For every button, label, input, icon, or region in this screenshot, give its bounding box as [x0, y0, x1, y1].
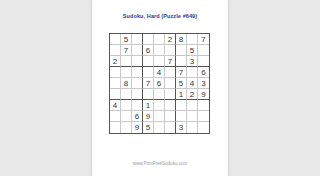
- cell-r2c3[interactable]: [132, 45, 143, 56]
- cell-r4c8[interactable]: [187, 67, 198, 78]
- cell-r2c1[interactable]: [110, 45, 121, 56]
- cell-r6c2[interactable]: [121, 89, 132, 100]
- cell-r5c5[interactable]: 6: [154, 78, 165, 89]
- cell-r6c5[interactable]: [154, 89, 165, 100]
- cell-r6c7[interactable]: 1: [176, 89, 187, 100]
- cell-r8c8[interactable]: [187, 111, 198, 122]
- cell-r3c6[interactable]: 7: [165, 56, 176, 67]
- cell-r2c4[interactable]: 6: [143, 45, 154, 56]
- cell-r7c9[interactable]: [198, 100, 209, 111]
- cell-r1c9[interactable]: 7: [198, 34, 209, 45]
- cell-r6c9[interactable]: 9: [198, 89, 209, 100]
- cell-r7c3[interactable]: [132, 100, 143, 111]
- footer-url: www.PrintFreeSudoku.com: [92, 161, 228, 166]
- cell-r4c5[interactable]: 4: [154, 67, 165, 78]
- cell-r3c3[interactable]: [132, 56, 143, 67]
- cell-r4c7[interactable]: 7: [176, 67, 187, 78]
- cell-r8c1[interactable]: [110, 111, 121, 122]
- cell-r4c6[interactable]: [165, 67, 176, 78]
- cell-r8c4[interactable]: 9: [143, 111, 154, 122]
- cell-r1c1[interactable]: [110, 34, 121, 45]
- cell-r6c1[interactable]: [110, 89, 121, 100]
- cell-r6c6[interactable]: [165, 89, 176, 100]
- cell-r3c7[interactable]: [176, 56, 187, 67]
- cell-r4c2[interactable]: [121, 67, 132, 78]
- cell-r5c7[interactable]: 5: [176, 78, 187, 89]
- cell-r8c7[interactable]: [176, 111, 187, 122]
- cell-r5c2[interactable]: 8: [121, 78, 132, 89]
- cell-r7c5[interactable]: [154, 100, 165, 111]
- cell-r8c3[interactable]: 6: [132, 111, 143, 122]
- cell-r4c9[interactable]: 6: [198, 67, 209, 78]
- cell-r7c1[interactable]: 4: [110, 100, 121, 111]
- cell-r5c6[interactable]: [165, 78, 176, 89]
- cell-r3c8[interactable]: 3: [187, 56, 198, 67]
- cell-r5c9[interactable]: 3: [198, 78, 209, 89]
- sudoku-board: 52877652734768765431294169953: [109, 33, 210, 134]
- cell-r1c7[interactable]: 8: [176, 34, 187, 45]
- cell-r8c9[interactable]: [198, 111, 209, 122]
- cell-r3c5[interactable]: [154, 56, 165, 67]
- cell-r1c2[interactable]: 5: [121, 34, 132, 45]
- cell-r9c6[interactable]: [165, 122, 176, 133]
- cell-r4c3[interactable]: [132, 67, 143, 78]
- cell-r7c8[interactable]: [187, 100, 198, 111]
- cell-r3c9[interactable]: [198, 56, 209, 67]
- cell-r4c4[interactable]: [143, 67, 154, 78]
- cell-r2c6[interactable]: [165, 45, 176, 56]
- cell-r8c2[interactable]: [121, 111, 132, 122]
- cell-r3c1[interactable]: 2: [110, 56, 121, 67]
- cell-r4c1[interactable]: [110, 67, 121, 78]
- cell-r2c7[interactable]: [176, 45, 187, 56]
- cell-r9c4[interactable]: 5: [143, 122, 154, 133]
- cell-r1c8[interactable]: [187, 34, 198, 45]
- cell-r5c3[interactable]: [132, 78, 143, 89]
- cell-r1c5[interactable]: [154, 34, 165, 45]
- cell-r5c1[interactable]: [110, 78, 121, 89]
- cell-r9c3[interactable]: 9: [132, 122, 143, 133]
- cell-r2c8[interactable]: 5: [187, 45, 198, 56]
- cell-r9c1[interactable]: [110, 122, 121, 133]
- cell-r1c6[interactable]: 2: [165, 34, 176, 45]
- sudoku-page: Sudoku, Hard (Puzzle #649) 5287765273476…: [92, 0, 228, 176]
- cell-r1c4[interactable]: [143, 34, 154, 45]
- cell-r2c5[interactable]: [154, 45, 165, 56]
- cell-r9c8[interactable]: [187, 122, 198, 133]
- cell-r5c8[interactable]: 4: [187, 78, 198, 89]
- cell-r7c4[interactable]: 1: [143, 100, 154, 111]
- cell-r9c7[interactable]: 3: [176, 122, 187, 133]
- cell-r1c3[interactable]: [132, 34, 143, 45]
- cell-r9c5[interactable]: [154, 122, 165, 133]
- cell-r3c4[interactable]: [143, 56, 154, 67]
- cell-r8c6[interactable]: [165, 111, 176, 122]
- cell-r6c8[interactable]: 2: [187, 89, 198, 100]
- cell-r7c2[interactable]: [121, 100, 132, 111]
- cell-r7c7[interactable]: [176, 100, 187, 111]
- cell-r7c6[interactable]: [165, 100, 176, 111]
- cell-r9c9[interactable]: [198, 122, 209, 133]
- cell-r9c2[interactable]: [121, 122, 132, 133]
- cell-r6c4[interactable]: [143, 89, 154, 100]
- cell-r2c2[interactable]: 7: [121, 45, 132, 56]
- cell-r3c2[interactable]: [121, 56, 132, 67]
- puzzle-title: Sudoku, Hard (Puzzle #649): [92, 13, 228, 19]
- cell-r5c4[interactable]: 7: [143, 78, 154, 89]
- cell-r6c3[interactable]: [132, 89, 143, 100]
- cell-r8c5[interactable]: [154, 111, 165, 122]
- cell-r2c9[interactable]: [198, 45, 209, 56]
